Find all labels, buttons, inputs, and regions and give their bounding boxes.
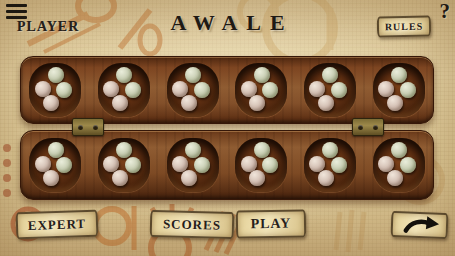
player-button[interactable]: PLAYER [17,19,79,35]
pit-bottom-5[interactable] [304,138,356,192]
menu-bar [6,4,27,7]
pit-bottom-3[interactable] [167,138,219,192]
redo-arrow-button[interactable] [391,211,449,239]
pit-top-3[interactable] [167,63,219,117]
pit-top-2[interactable] [98,63,150,117]
play-button[interactable]: PLAY [236,209,306,238]
seed [48,67,64,83]
seed [378,81,394,97]
hinge-screw [373,125,378,130]
seed [331,157,347,173]
seed [318,170,334,186]
seed [391,67,407,83]
seed [112,170,128,186]
seed [387,95,403,111]
seed [391,142,407,158]
pit-top-5[interactable] [304,63,356,117]
seed [172,156,188,172]
seed [56,82,72,98]
seed [181,95,197,111]
pit-bottom-2[interactable] [98,138,150,192]
seed [181,170,197,186]
board-row-player [20,130,434,200]
seed [116,67,132,83]
hinge-screw [358,125,363,130]
seed [400,82,416,98]
board-row-opponent [20,56,434,124]
pit-bottom-1[interactable] [29,138,81,192]
seed [194,82,210,98]
pit-top-1[interactable] [29,63,81,117]
scores-button[interactable]: SCORES [150,210,235,239]
pit-bottom-6[interactable] [373,138,425,192]
seed [194,157,210,173]
seed [116,142,132,158]
seed [318,95,334,111]
seed [249,95,265,111]
pit-top-4[interactable] [235,63,287,117]
seed [56,157,72,173]
help-icon[interactable]: ? [440,0,451,24]
seed [254,67,270,83]
seed [48,142,64,158]
seed [43,95,59,111]
seed [400,157,416,173]
awale-game-screen: PLAYER AWALE ? RULES EXPERT SCORES PLAY [0,0,455,256]
seed [322,67,338,83]
seed [112,95,128,111]
rules-button[interactable]: RULES [377,16,431,38]
seed [125,82,141,98]
seed [185,142,201,158]
seed [43,170,59,186]
seed [262,82,278,98]
pit-bottom-4[interactable] [235,138,287,192]
mancala-board [20,56,432,198]
seed [322,142,338,158]
curved-arrow-icon [399,213,440,236]
pit-top-6[interactable] [373,63,425,117]
hinge-screw [78,125,83,130]
brass-hinge-left [72,118,104,136]
seed [254,142,270,158]
menu-bar [6,10,27,13]
expert-button[interactable]: EXPERT [16,210,99,240]
hinge-screw [93,125,98,130]
seed [387,170,403,186]
seed [249,170,265,186]
seed [262,157,278,173]
seed [331,82,347,98]
seed [378,156,394,172]
seed [172,81,188,97]
seed [185,67,201,83]
brass-hinge-right [352,118,384,136]
seed [125,157,141,173]
